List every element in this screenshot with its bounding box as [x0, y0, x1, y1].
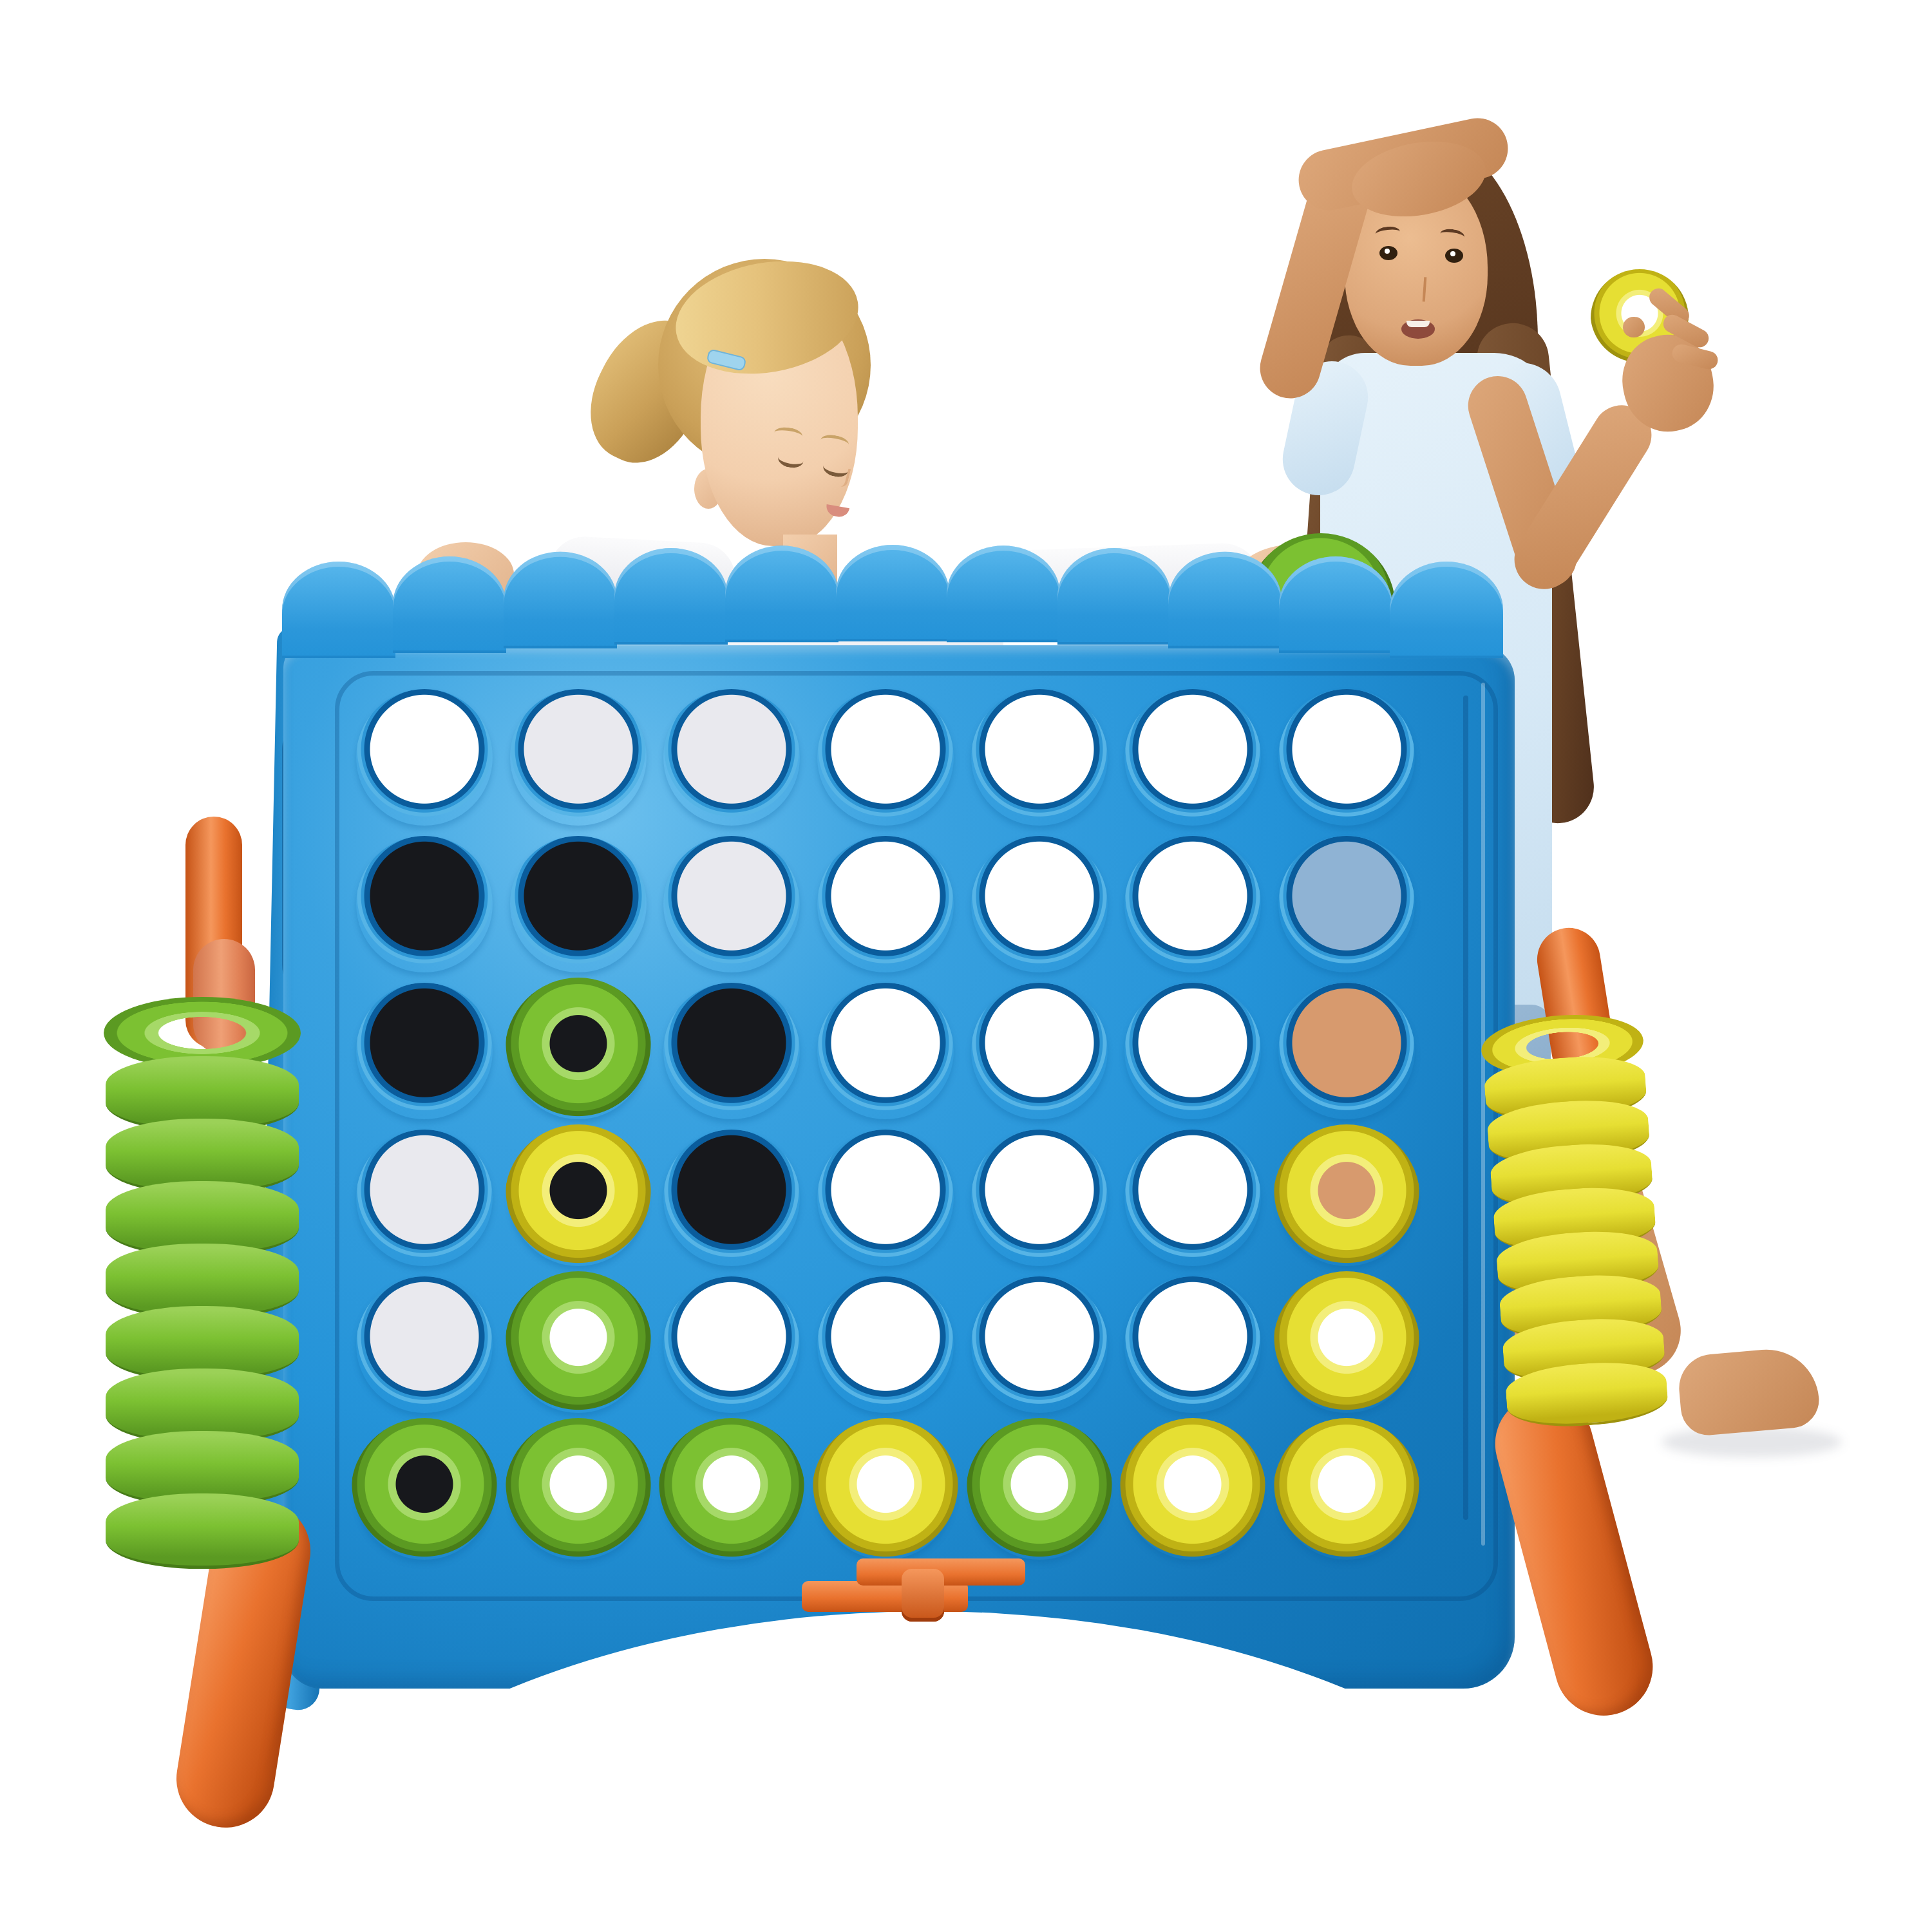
cell-r1c3[interactable] — [655, 684, 809, 831]
hole-r1c1 — [356, 689, 493, 826]
hole-r4c3 — [663, 1130, 800, 1266]
hole-r5c1 — [356, 1276, 493, 1413]
board-scallop-4 — [614, 548, 728, 645]
cell-r5c6[interactable] — [1116, 1271, 1270, 1418]
cell-r5c7[interactable] — [1269, 1271, 1423, 1418]
green-reserve-ring-9[interactable] — [106, 1493, 299, 1569]
yellow-ring-r4c2[interactable] — [505, 1124, 652, 1271]
board-scallop-8 — [1057, 548, 1171, 645]
hole-r2c5 — [971, 836, 1108, 972]
cell-r3c3[interactable] — [655, 978, 809, 1124]
cell-r3c7[interactable] — [1269, 978, 1423, 1124]
green-ring-r6c1[interactable] — [351, 1418, 498, 1565]
cell-r6c3[interactable] — [655, 1418, 809, 1565]
hole-r5c3 — [663, 1276, 800, 1413]
cell-r6c7[interactable] — [1269, 1418, 1423, 1565]
cell-r6c2[interactable] — [502, 1418, 656, 1565]
hole-r3c3 — [663, 983, 800, 1119]
hole-r5c4 — [817, 1276, 954, 1413]
yellow-ring-r4c7[interactable] — [1273, 1124, 1420, 1271]
cell-r5c4[interactable] — [809, 1271, 963, 1418]
cell-r6c1[interactable] — [348, 1418, 502, 1565]
green-ring-r6c2[interactable] — [505, 1418, 652, 1565]
green-ring-r5c2[interactable] — [505, 1271, 652, 1418]
cell-r6c6[interactable] — [1116, 1418, 1270, 1565]
green-ring-r6c5[interactable] — [966, 1418, 1113, 1565]
hole-r3c4 — [817, 983, 954, 1119]
green-ring-r3c2[interactable] — [505, 978, 652, 1124]
cell-r1c7[interactable] — [1269, 684, 1423, 831]
cell-r3c6[interactable] — [1116, 978, 1270, 1124]
girl-right-eye-glint-right — [1450, 251, 1455, 256]
cell-r4c3[interactable] — [655, 1124, 809, 1271]
cell-r4c5[interactable] — [962, 1124, 1116, 1271]
cell-r5c5[interactable] — [962, 1271, 1116, 1418]
green-ring-stack[interactable] — [102, 997, 303, 1569]
hole-r1c4 — [817, 689, 954, 826]
yellow-ring-r6c6[interactable] — [1119, 1418, 1266, 1565]
cell-r4c1[interactable] — [348, 1124, 502, 1271]
cell-r1c2[interactable] — [502, 684, 656, 831]
hole-r3c1 — [356, 983, 493, 1119]
board-scallop-5 — [725, 545, 838, 642]
hole-r2c7 — [1278, 836, 1415, 972]
cell-r1c5[interactable] — [962, 684, 1116, 831]
cell-r3c2[interactable] — [502, 978, 656, 1124]
girl-right-fingers-on-ring-4 — [1623, 317, 1645, 337]
girl-left-fingers-over-edge-1 — [424, 565, 454, 621]
hole-r2c1 — [356, 836, 493, 972]
hole-r2c4 — [817, 836, 954, 972]
cell-r1c6[interactable] — [1116, 684, 1270, 831]
hole-r1c5 — [971, 689, 1108, 826]
hole-r2c2 — [510, 836, 647, 972]
yellow-ring-r5c7[interactable] — [1273, 1271, 1420, 1418]
board-scallop-7 — [947, 545, 1060, 642]
hole-r4c5 — [971, 1130, 1108, 1266]
cell-r4c6[interactable] — [1116, 1124, 1270, 1271]
cell-r2c7[interactable] — [1269, 831, 1423, 978]
board-right-groove — [1463, 696, 1468, 1520]
cell-r5c3[interactable] — [655, 1271, 809, 1418]
cell-r6c4[interactable] — [809, 1418, 963, 1565]
cell-r2c3[interactable] — [655, 831, 809, 978]
cell-r3c5[interactable] — [962, 978, 1116, 1124]
girl-right-teeth — [1406, 321, 1430, 327]
girl-left-fingers-over-edge-2 — [457, 570, 485, 627]
cell-r2c4[interactable] — [809, 831, 963, 978]
hole-r4c1 — [356, 1130, 493, 1266]
cell-r5c1[interactable] — [348, 1271, 502, 1418]
hole-r1c7 — [1278, 689, 1415, 826]
product-photo-stage — [0, 0, 1932, 1932]
cell-r4c7[interactable] — [1269, 1124, 1423, 1271]
hole-r3c5 — [971, 983, 1108, 1119]
board-grid — [348, 684, 1423, 1565]
hole-r1c3 — [663, 689, 800, 826]
cell-r4c4[interactable] — [809, 1124, 963, 1271]
yellow-ring-r6c7[interactable] — [1273, 1418, 1420, 1565]
board-scallop-11 — [1390, 562, 1503, 658]
hole-r4c4 — [817, 1130, 954, 1266]
cell-r6c5[interactable] — [962, 1418, 1116, 1565]
girl-right-foot — [1676, 1345, 1821, 1437]
board-scallop-3 — [504, 552, 617, 649]
girl-left-fingers-over-edge-3 — [490, 573, 518, 629]
cell-r2c2[interactable] — [502, 831, 656, 978]
hole-r2c3 — [663, 836, 800, 972]
hole-r1c6 — [1124, 689, 1261, 826]
cell-r1c4[interactable] — [809, 684, 963, 831]
hole-r3c7 — [1278, 983, 1415, 1119]
hole-r3c6 — [1124, 983, 1261, 1119]
hole-r2c6 — [1124, 836, 1261, 972]
board-scallop-9 — [1168, 552, 1282, 649]
cell-r1c1[interactable] — [348, 684, 502, 831]
cell-r2c1[interactable] — [348, 831, 502, 978]
green-ring-r6c3[interactable] — [658, 1418, 805, 1565]
cell-r2c6[interactable] — [1116, 831, 1270, 978]
girl-right-eye-glint-left — [1385, 249, 1390, 254]
cell-r4c2[interactable] — [502, 1124, 656, 1271]
yellow-ring-r6c4[interactable] — [812, 1418, 959, 1565]
yellow-ring-stack[interactable] — [1477, 1010, 1672, 1431]
girl-right-nose — [1415, 276, 1427, 301]
board-scallop-1 — [282, 562, 395, 658]
cell-r3c4[interactable] — [809, 978, 963, 1124]
cell-r2c5[interactable] — [962, 831, 1116, 978]
board-scallop-6 — [836, 545, 949, 641]
hole-r4c6 — [1124, 1130, 1261, 1266]
cell-r5c2[interactable] — [502, 1271, 656, 1418]
hole-r5c6 — [1124, 1276, 1261, 1413]
cell-r3c1[interactable] — [348, 978, 502, 1124]
release-slider-knob[interactable] — [902, 1569, 944, 1622]
hole-r5c5 — [971, 1276, 1108, 1413]
hole-r1c2 — [510, 689, 647, 826]
